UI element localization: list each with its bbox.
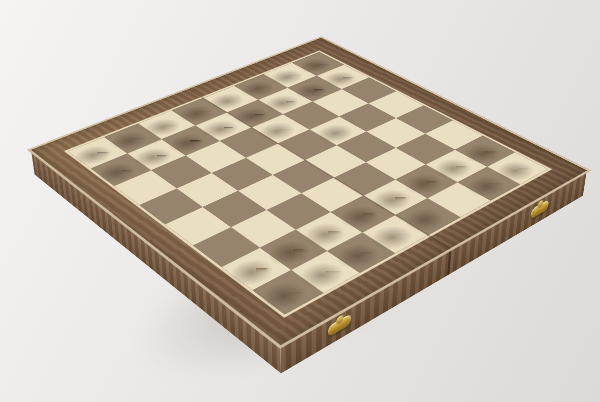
square-a1[interactable]: ♜ <box>252 270 323 315</box>
photo-background: ♜♞♝♛♚♝♞♜♟♟♟♟♟♟♟♟♝♝♟♟♟♟♟♟♟♟♜♞♝♛♚♞♜ <box>0 0 600 402</box>
square-d5[interactable] <box>245 143 305 175</box>
piece-white-rook[interactable]: ♜ <box>240 250 335 296</box>
brass-latch[interactable] <box>531 199 550 219</box>
fold-seam-edge <box>447 248 452 276</box>
piece-black-pawn[interactable]: ♟ <box>80 140 161 173</box>
piece-white-bishop[interactable]: ♝ <box>299 90 376 134</box>
brass-latch[interactable] <box>328 313 351 337</box>
